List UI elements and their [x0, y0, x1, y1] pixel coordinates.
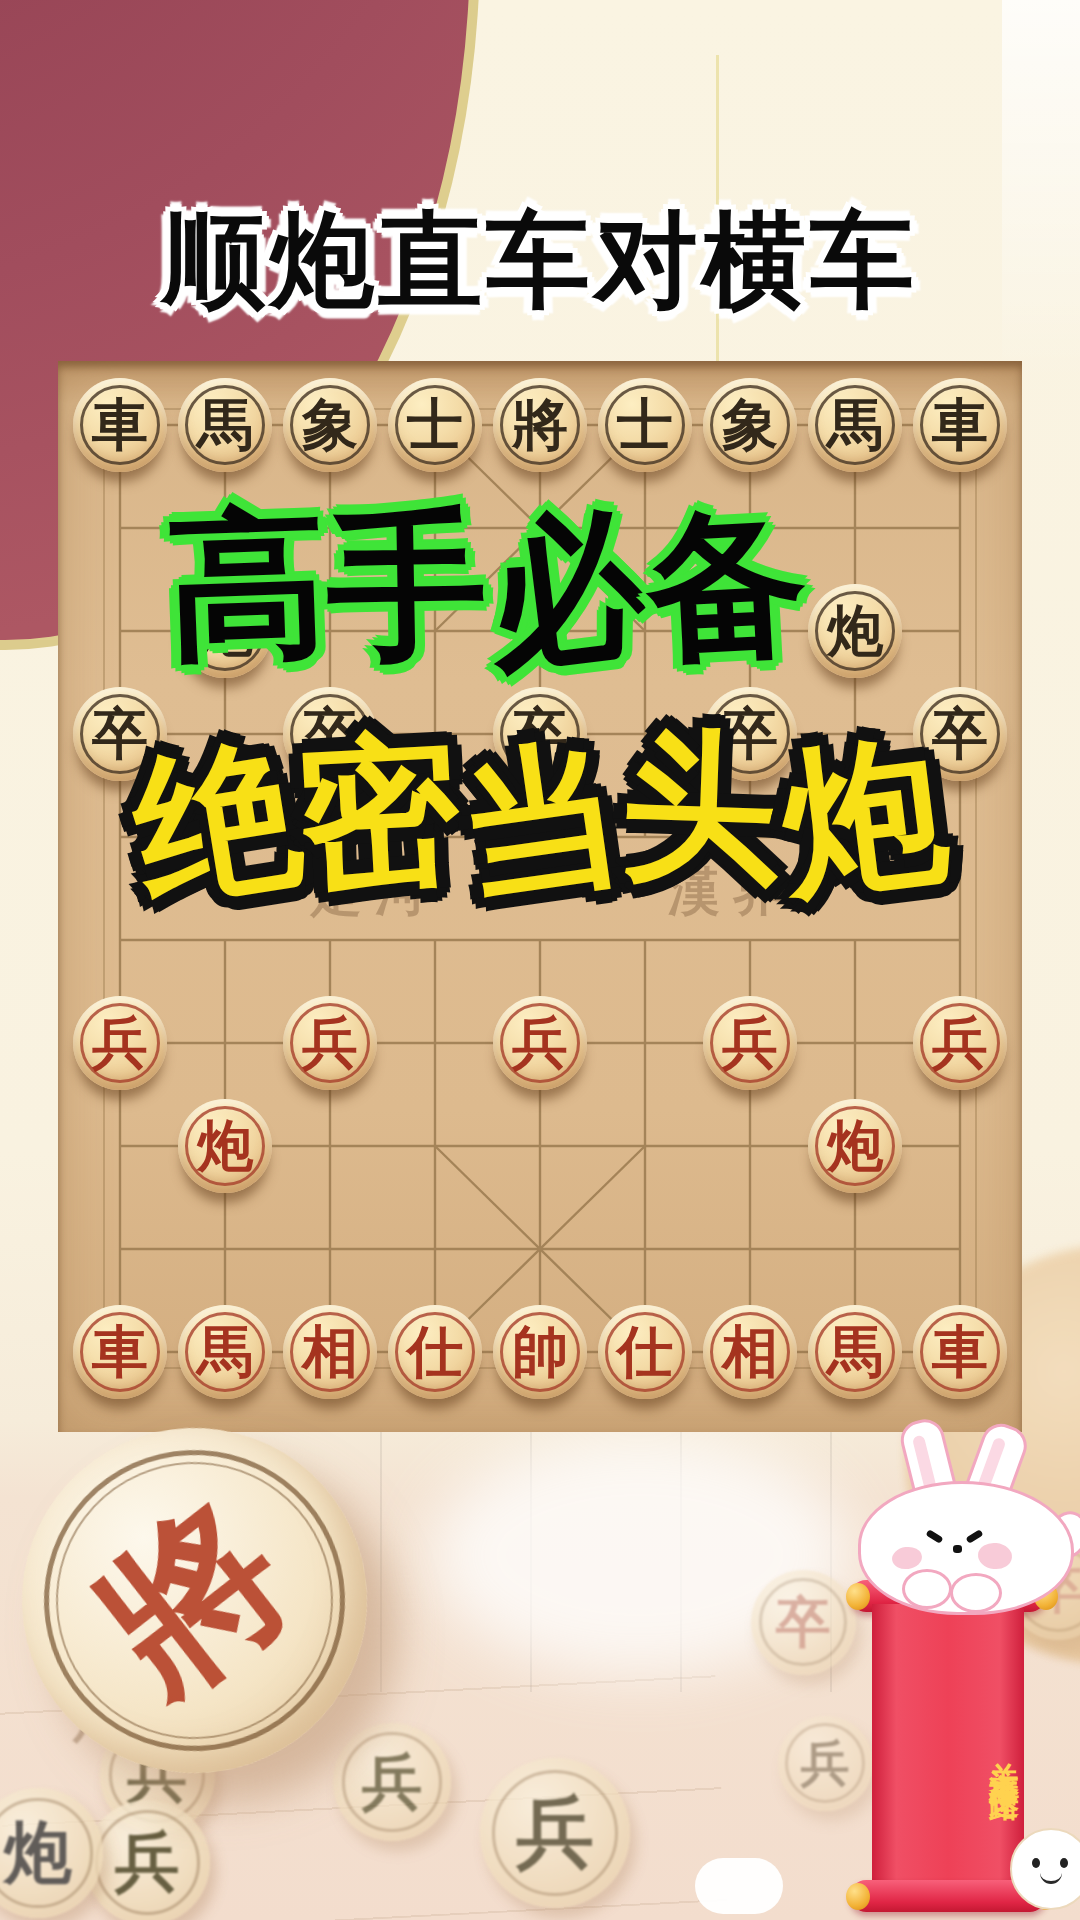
board-piece-black[interactable]: 馬: [808, 378, 902, 472]
faint-bg-piece: 兵: [333, 1723, 451, 1841]
piece-char: 仕: [598, 1305, 692, 1399]
board-piece-red[interactable]: 炮: [808, 1099, 902, 1193]
piece-char: 兵: [73, 996, 167, 1090]
board-piece-black[interactable]: 將: [493, 378, 587, 472]
rabbit-paw: [902, 1569, 952, 1609]
board-piece-red[interactable]: 仕: [598, 1305, 692, 1399]
caption-line1: 高手必备: [167, 498, 807, 674]
faint-bg-piece: 炮: [0, 1788, 103, 1918]
board-piece-black[interactable]: 士: [598, 378, 692, 472]
board-piece-red[interactable]: 兵: [703, 996, 797, 1090]
piece-char: 兵: [493, 996, 587, 1090]
piece-char: 車: [913, 378, 1007, 472]
page-title: 顺炮直车对横车: [0, 206, 1080, 315]
piece-char: 相: [703, 1305, 797, 1399]
piece-char: 象: [283, 378, 377, 472]
faint-bg-piece: 兵: [480, 1758, 630, 1908]
board-piece-red[interactable]: 仕: [388, 1305, 482, 1399]
caption-line2: 绝密当头炮: [135, 722, 945, 908]
board-piece-red[interactable]: 炮: [178, 1099, 272, 1193]
board-piece-black[interactable]: 士: [388, 378, 482, 472]
board-piece-red[interactable]: 兵: [73, 996, 167, 1090]
board-piece-black[interactable]: 馬: [178, 378, 272, 472]
piece-char: 象: [703, 378, 797, 472]
piece-char: 相: [283, 1305, 377, 1399]
piece-char: 兵: [913, 996, 1007, 1090]
cloud-blob: [695, 1858, 783, 1914]
piece-char: 炮: [808, 1099, 902, 1193]
page: 顺炮直车对横车: [0, 0, 1080, 1920]
board-piece-black[interactable]: 象: [703, 378, 797, 472]
board-piece-red[interactable]: 帥: [493, 1305, 587, 1399]
light-strip-decor: [1002, 0, 1080, 380]
piece-char: 士: [388, 378, 482, 472]
rabbit-mascot: [850, 1423, 1080, 1603]
piece-char: 車: [73, 378, 167, 472]
board-piece-black[interactable]: 炮: [808, 584, 902, 678]
board-piece-red[interactable]: 馬: [808, 1305, 902, 1399]
piece-char: 兵: [703, 996, 797, 1090]
board-piece-red[interactable]: 車: [913, 1305, 1007, 1399]
board-piece-black[interactable]: 象: [283, 378, 377, 472]
piece-char: 炮: [178, 1099, 272, 1193]
piece-char: 馬: [808, 1305, 902, 1399]
piece-char: 車: [913, 1305, 1007, 1399]
scroll-cap-icon: [846, 1883, 870, 1910]
board-piece-black[interactable]: 車: [73, 378, 167, 472]
board-piece-red[interactable]: 兵: [913, 996, 1007, 1090]
rabbit-nose: [953, 1545, 962, 1553]
board-piece-red[interactable]: 相: [703, 1305, 797, 1399]
piece-char: 兵: [283, 996, 377, 1090]
board-piece-red[interactable]: 車: [73, 1305, 167, 1399]
board-piece-red[interactable]: 兵: [493, 996, 587, 1090]
piece-char: 帥: [493, 1305, 587, 1399]
piece-char: 士: [598, 378, 692, 472]
piece-char: 仕: [388, 1305, 482, 1399]
banner-text: 关注主播不迷路: [872, 1620, 1024, 1890]
piece-char: 馬: [808, 378, 902, 472]
piece-char: 將: [493, 378, 587, 472]
board-piece-red[interactable]: 兵: [283, 996, 377, 1090]
piece-char: 車: [73, 1305, 167, 1399]
piece-char: 馬: [178, 378, 272, 472]
board-piece-red[interactable]: 相: [283, 1305, 377, 1399]
follow-banner-scroll[interactable]: 关注主播不迷路: [842, 1580, 1057, 1920]
board-piece-black[interactable]: 車: [913, 378, 1007, 472]
piece-char: 炮: [808, 584, 902, 678]
faint-bg-piece: 卒: [751, 1570, 856, 1675]
rabbit-paw: [950, 1573, 1002, 1613]
scroll-body: 关注主播不迷路: [872, 1604, 1024, 1896]
